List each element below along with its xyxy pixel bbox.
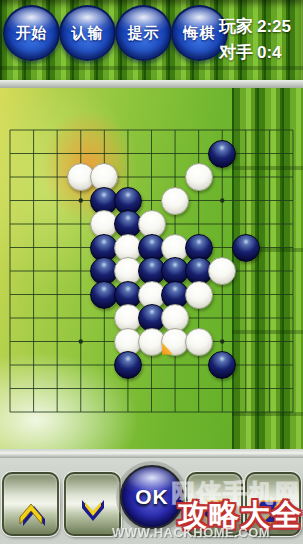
- opponent-timer: 对手0:4: [219, 40, 295, 66]
- stone-white: [185, 281, 213, 309]
- stone-white: [161, 187, 189, 215]
- chevron-down-icon: [76, 497, 110, 527]
- panel-bottom-edge: [0, 449, 303, 458]
- panel-top-edge: [0, 80, 303, 88]
- zigzag-arrow-left-icon: [197, 497, 233, 527]
- hint-button[interactable]: 提示: [115, 5, 172, 61]
- resign-button[interactable]: 认输: [59, 5, 116, 61]
- opponent-time: 0:4: [257, 43, 282, 62]
- app-screen: 开始 认输 提示 悔棋 玩家2:25 对手0:4: [0, 0, 303, 544]
- board-panel: [0, 88, 303, 449]
- stone-black: [208, 140, 236, 168]
- chevron-up-icon: [14, 497, 48, 527]
- start-button-label: 开始: [16, 24, 48, 41]
- opponent-label: 对手: [219, 43, 253, 62]
- nav-right-button[interactable]: [245, 472, 301, 536]
- ok-button-label: OK: [135, 485, 169, 508]
- bottom-toolbar: OK: [0, 458, 303, 544]
- ok-button[interactable]: OK: [120, 465, 184, 529]
- start-button[interactable]: 开始: [3, 5, 60, 61]
- stone-black: [114, 351, 142, 379]
- nav-up-button[interactable]: [2, 472, 59, 536]
- top-toolbar: 开始 认输 提示 悔棋 玩家2:25 对手0:4: [0, 0, 303, 80]
- board-grid[interactable]: [10, 130, 293, 412]
- timer-panel: 玩家2:25 对手0:4: [219, 14, 295, 66]
- nav-left-button[interactable]: [186, 472, 243, 536]
- stone-white: [208, 257, 236, 285]
- last-move-marker: [162, 343, 173, 355]
- hint-button-label: 提示: [128, 24, 160, 41]
- zigzag-arrow-right-icon: [255, 497, 291, 527]
- undo-button-label: 悔棋: [184, 24, 216, 41]
- stone-white: [185, 163, 213, 191]
- nav-down-button[interactable]: [64, 472, 121, 536]
- stone-white: [185, 328, 213, 356]
- player-time: 2:25: [257, 17, 291, 36]
- stone-black: [208, 351, 236, 379]
- resign-button-label: 认输: [72, 24, 104, 41]
- player-label: 玩家: [219, 17, 253, 36]
- stone-black: [232, 234, 260, 262]
- player-timer: 玩家2:25: [219, 14, 295, 40]
